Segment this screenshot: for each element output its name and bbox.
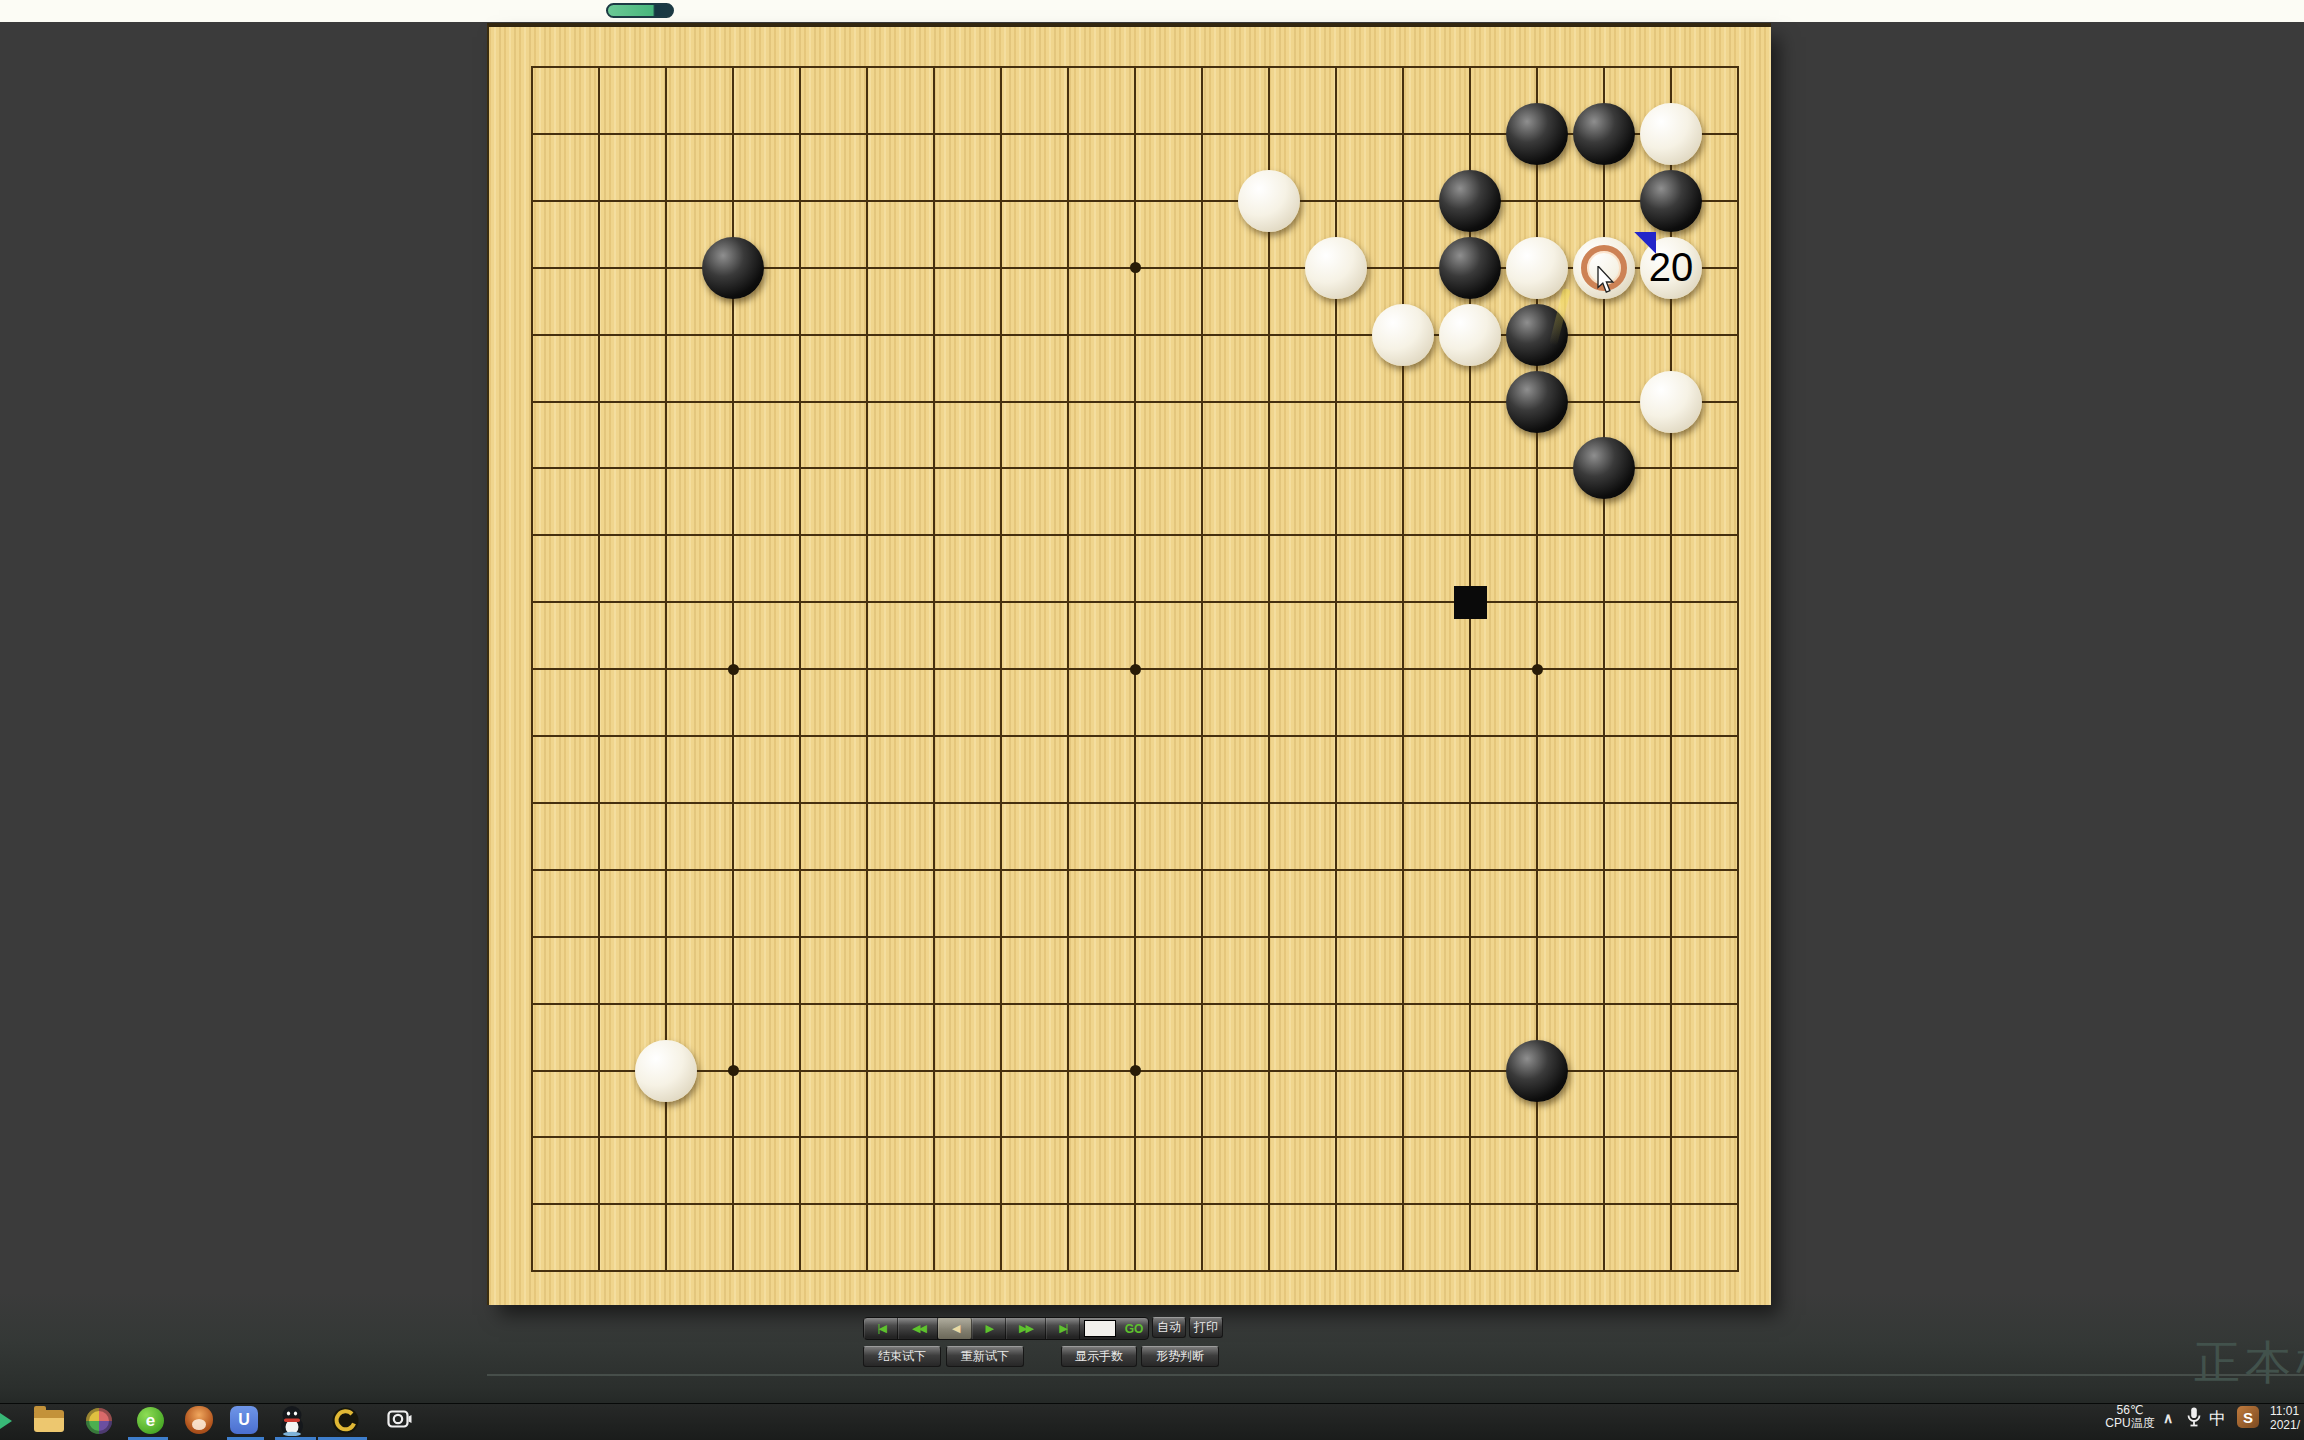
fast-back-icon: ◀◀ xyxy=(912,1323,925,1334)
white-stone[interactable] xyxy=(635,1040,697,1102)
fast-back-button[interactable]: ◀◀ xyxy=(898,1318,938,1339)
black-stone[interactable] xyxy=(1506,371,1568,433)
fast-forward-icon: ▶▶ xyxy=(1019,1323,1032,1334)
cpu-temperature: 56℃ CPU温度 xyxy=(2098,1404,2162,1430)
mascot-app-icon[interactable] xyxy=(185,1406,213,1434)
black-stone[interactable] xyxy=(1439,170,1501,232)
first-move-button[interactable]: |◀ xyxy=(864,1318,898,1339)
mouse-cursor xyxy=(1596,266,1616,298)
print-button[interactable]: 打印 xyxy=(1189,1317,1223,1338)
browser-e-icon[interactable]: e xyxy=(137,1407,164,1434)
progress-pill xyxy=(606,3,674,18)
white-stone[interactable] xyxy=(1506,237,1568,299)
browser-e-letter: e xyxy=(146,1411,155,1431)
media-player-icon[interactable] xyxy=(86,1408,112,1434)
sogou-input-icon[interactable]: S xyxy=(2237,1406,2259,1428)
star-point xyxy=(1532,664,1543,675)
qq-icon[interactable] xyxy=(277,1404,307,1440)
window-divider xyxy=(487,1374,2304,1376)
last-move-icon: ▶| xyxy=(1059,1323,1066,1334)
go-board[interactable]: 20 xyxy=(487,23,1771,1305)
clock-time: 11:01 xyxy=(2270,1404,2300,1418)
tray-expand-chevron-icon[interactable]: ∧ xyxy=(2163,1410,2173,1426)
grid-line xyxy=(531,735,1739,737)
move-number-label: 20 xyxy=(1640,237,1702,299)
clock[interactable]: 11:01 2021/ xyxy=(2270,1404,2300,1432)
background-window-strip xyxy=(0,0,2304,22)
star-point xyxy=(1130,262,1141,273)
black-square-marker xyxy=(1454,586,1487,619)
star-point xyxy=(728,664,739,675)
grid-line xyxy=(1402,66,1404,1272)
u-app-letter: U xyxy=(238,1411,250,1429)
white-stone[interactable] xyxy=(1640,103,1702,165)
back-icon: ◀ xyxy=(952,1323,958,1334)
black-stone[interactable] xyxy=(1640,170,1702,232)
position-judgment-button[interactable]: 形势判断 xyxy=(1141,1346,1219,1367)
white-stone[interactable] xyxy=(1372,304,1434,366)
star-point xyxy=(1130,1065,1141,1076)
restart-trial-button[interactable]: 重新试下 xyxy=(946,1346,1024,1367)
black-stone[interactable] xyxy=(702,237,764,299)
clock-date: 2021/ xyxy=(2270,1418,2300,1432)
cpu-temp-label: CPU温度 xyxy=(2098,1417,2162,1430)
first-move-icon: |◀ xyxy=(878,1323,885,1334)
star-point xyxy=(728,1065,739,1076)
black-stone[interactable] xyxy=(1439,237,1501,299)
black-stone[interactable] xyxy=(1573,437,1635,499)
sogou-letter: S xyxy=(2243,1409,2253,1426)
u-app-icon[interactable]: U xyxy=(230,1406,258,1434)
white-stone[interactable] xyxy=(1305,237,1367,299)
grid-line xyxy=(1201,66,1203,1272)
grid-line xyxy=(531,1136,1739,1138)
go-button[interactable]: GO xyxy=(1120,1318,1148,1339)
screen-recorder-icon[interactable] xyxy=(387,1408,413,1434)
white-stone[interactable] xyxy=(1439,304,1501,366)
auto-play-button[interactable]: 自动 xyxy=(1152,1317,1186,1338)
grid-line xyxy=(531,936,1739,938)
forward-icon: ▶ xyxy=(986,1323,992,1334)
show-move-numbers-button[interactable]: 显示手数 xyxy=(1061,1346,1137,1367)
go-app-icon[interactable] xyxy=(332,1407,359,1438)
forward-button[interactable]: ▶ xyxy=(972,1318,1006,1339)
fast-forward-button[interactable]: ▶▶ xyxy=(1006,1318,1046,1339)
black-stone[interactable] xyxy=(1506,1040,1568,1102)
black-stone[interactable] xyxy=(1506,103,1568,165)
ime-language-indicator[interactable]: 中 xyxy=(2209,1407,2226,1430)
grid-line xyxy=(531,1003,1739,1005)
white-stone[interactable] xyxy=(1238,170,1300,232)
star-point xyxy=(1130,664,1141,675)
grid-line xyxy=(531,1203,1739,1205)
file-explorer-icon[interactable] xyxy=(34,1410,64,1432)
end-trial-button[interactable]: 结束试下 xyxy=(863,1346,941,1367)
grid-line xyxy=(1737,66,1739,1272)
grid-line xyxy=(531,1270,1739,1272)
back-button[interactable]: ◀ xyxy=(938,1318,972,1339)
start-icon[interactable] xyxy=(0,1409,12,1433)
grid-line xyxy=(531,802,1739,804)
microphone-icon[interactable] xyxy=(2186,1406,2202,1432)
white-stone[interactable] xyxy=(1640,371,1702,433)
last-move-button[interactable]: ▶| xyxy=(1046,1318,1080,1339)
move-navigation-bar: |◀ ◀◀ ◀ ▶ ▶▶ ▶| GO xyxy=(863,1317,1149,1340)
grid-line xyxy=(531,869,1739,871)
watermark-text: 正本棋 xyxy=(2194,1332,2304,1394)
black-stone[interactable] xyxy=(1573,103,1635,165)
screen: 正本棋 20 |◀ ◀◀ ◀ ▶ ▶▶ ▶| GO 自动 打印 结束试下 重新试… xyxy=(0,0,2304,1440)
grid-line xyxy=(1268,66,1270,1272)
move-number-input[interactable] xyxy=(1084,1320,1116,1337)
